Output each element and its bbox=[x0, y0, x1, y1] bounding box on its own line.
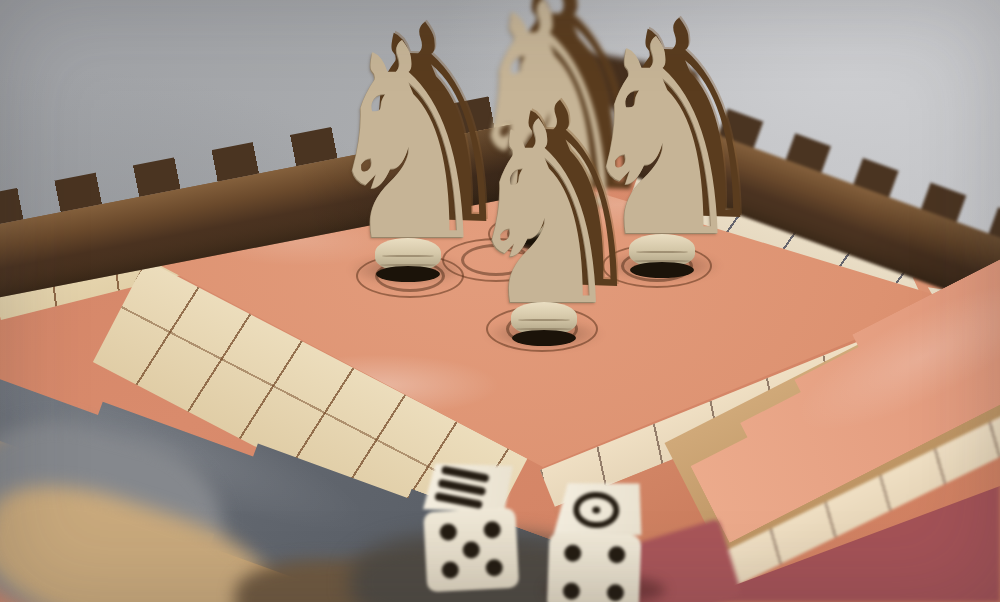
photo-scene: ♞ ♞ ♞ ♞ ♞ ♞ ♞ ♞ bbox=[0, 0, 1000, 602]
left-die[interactable] bbox=[421, 460, 520, 593]
knight-left-base-groove bbox=[382, 255, 434, 257]
knight-front-body: ♞ bbox=[463, 117, 626, 314]
knight-front-base-ring bbox=[512, 330, 576, 346]
right-die-top-face bbox=[549, 480, 643, 539]
die-top-bar-3 bbox=[434, 492, 483, 509]
right-die[interactable] bbox=[547, 480, 643, 602]
right-die-front-face-four bbox=[547, 532, 642, 602]
knight-left-base bbox=[375, 238, 441, 282]
knight-front-base-groove bbox=[518, 319, 570, 321]
knight-front-base bbox=[511, 302, 577, 346]
knight-piece-front[interactable]: ♞ ♞ bbox=[434, 40, 654, 370]
knight-left-base-ring bbox=[376, 266, 440, 282]
left-die-front-face-five bbox=[423, 508, 519, 593]
